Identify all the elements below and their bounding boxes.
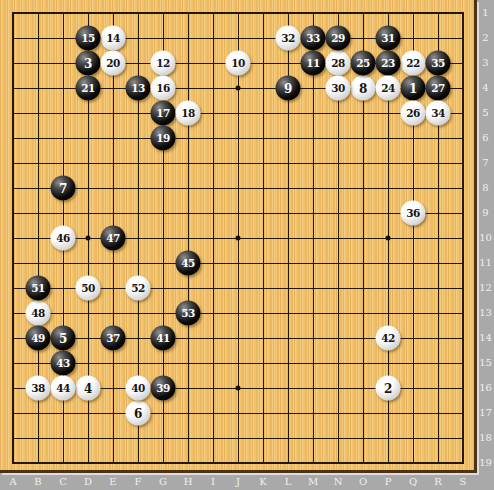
- grid-line-horizontal: [12, 413, 464, 414]
- stone-move-number: 51: [31, 283, 45, 294]
- column-label: F: [128, 473, 148, 490]
- row-label: 3: [477, 55, 494, 71]
- stone-black: 13: [126, 76, 151, 101]
- stone-move-number: 13: [131, 83, 145, 94]
- stone-move-number: 10: [231, 58, 245, 69]
- star-point: [236, 236, 241, 241]
- column-label: E: [103, 473, 123, 490]
- stone-white: 46: [51, 226, 76, 251]
- stone-move-number: 35: [431, 58, 445, 69]
- stone-move-number: 26: [406, 108, 420, 119]
- stone-white: 38: [26, 376, 51, 401]
- stone-black: 17: [151, 101, 176, 126]
- stone-black: 25: [351, 51, 376, 76]
- stone-black: 29: [326, 26, 351, 51]
- stone-move-number: 21: [81, 83, 95, 94]
- row-label: 18: [477, 430, 494, 446]
- row-label: 5: [477, 105, 494, 121]
- stone-white: 8: [351, 76, 376, 101]
- stone-black: 41: [151, 326, 176, 351]
- stone-black: 39: [151, 376, 176, 401]
- stone-move-number: 15: [81, 33, 95, 44]
- stone-white: 2: [376, 376, 401, 401]
- star-point: [236, 86, 241, 91]
- stone-black: 31: [376, 26, 401, 51]
- column-label: R: [428, 473, 448, 490]
- grid-line-horizontal: [12, 438, 464, 439]
- stone-move-number: 34: [431, 108, 445, 119]
- stone-move-number: 1: [409, 82, 417, 94]
- stone-move-number: 4: [84, 382, 92, 394]
- stone-black: 35: [426, 51, 451, 76]
- go-board-screenshot: 1234567891011121314151617181920212223242…: [0, 0, 494, 490]
- stone-white: 30: [326, 76, 351, 101]
- stone-white: 42: [376, 326, 401, 351]
- stone-move-number: 47: [106, 233, 120, 244]
- stone-black: 21: [76, 76, 101, 101]
- row-label: 19: [477, 455, 494, 471]
- stone-white: 24: [376, 76, 401, 101]
- row-label: 14: [477, 330, 494, 346]
- stone-white: 6: [126, 401, 151, 426]
- stone-move-number: 27: [431, 83, 445, 94]
- stone-move-number: 32: [281, 33, 295, 44]
- row-label: 9: [477, 205, 494, 221]
- stone-move-number: 9: [284, 82, 292, 94]
- star-point: [86, 236, 91, 241]
- grid-line-vertical: [462, 12, 464, 464]
- stone-black: 3: [76, 51, 101, 76]
- stone-white: 50: [76, 276, 101, 301]
- stone-move-number: 12: [156, 58, 170, 69]
- row-label: 11: [477, 255, 494, 271]
- stone-white: 36: [401, 201, 426, 226]
- stone-white: 44: [51, 376, 76, 401]
- stone-black: 15: [76, 26, 101, 51]
- stone-move-number: 49: [31, 333, 45, 344]
- grid-line-horizontal: [12, 263, 464, 264]
- stone-move-number: 52: [131, 283, 145, 294]
- row-label: 13: [477, 305, 494, 321]
- stone-move-number: 19: [156, 133, 170, 144]
- stone-white: 40: [126, 376, 151, 401]
- stone-move-number: 25: [356, 58, 370, 69]
- column-label: M: [303, 473, 323, 490]
- stone-white: 26: [401, 101, 426, 126]
- column-label: S: [453, 473, 473, 490]
- stone-move-number: 45: [181, 258, 195, 269]
- row-label: 8: [477, 180, 494, 196]
- stone-move-number: 11: [306, 58, 320, 69]
- stone-move-number: 8: [359, 82, 367, 94]
- stone-move-number: 3: [84, 57, 92, 69]
- column-label: B: [28, 473, 48, 490]
- stone-move-number: 24: [381, 83, 395, 94]
- stone-black: 23: [376, 51, 401, 76]
- column-label: L: [278, 473, 298, 490]
- stone-move-number: 20: [106, 58, 120, 69]
- star-point: [386, 236, 391, 241]
- column-label: H: [178, 473, 198, 490]
- stone-move-number: 48: [31, 308, 45, 319]
- stone-white: 14: [101, 26, 126, 51]
- stone-move-number: 39: [156, 383, 170, 394]
- grid-line-horizontal: [12, 462, 464, 464]
- stone-move-number: 42: [381, 333, 395, 344]
- stone-black: 19: [151, 126, 176, 151]
- column-label: O: [353, 473, 373, 490]
- column-label: J: [228, 473, 248, 490]
- stone-move-number: 14: [106, 33, 120, 44]
- stone-white: 4: [76, 376, 101, 401]
- stone-move-number: 33: [306, 33, 320, 44]
- stone-black: 33: [301, 26, 326, 51]
- stone-move-number: 40: [131, 383, 145, 394]
- stone-black: 5: [51, 326, 76, 351]
- stone-black: 7: [51, 176, 76, 201]
- stone-black: 47: [101, 226, 126, 251]
- stone-move-number: 29: [331, 33, 345, 44]
- stone-move-number: 6: [134, 407, 142, 419]
- stone-black: 51: [26, 276, 51, 301]
- stone-move-number: 53: [181, 308, 195, 319]
- stone-white: 32: [276, 26, 301, 51]
- stone-move-number: 23: [381, 58, 395, 69]
- stone-white: 28: [326, 51, 351, 76]
- stone-white: 20: [101, 51, 126, 76]
- column-label: P: [378, 473, 398, 490]
- star-point: [236, 386, 241, 391]
- stone-move-number: 5: [59, 332, 67, 344]
- stone-black: 45: [176, 251, 201, 276]
- column-label: Q: [403, 473, 423, 490]
- stone-move-number: 41: [156, 333, 170, 344]
- stone-move-number: 31: [381, 33, 395, 44]
- grid-line-vertical: [263, 12, 264, 464]
- stone-move-number: 17: [156, 108, 170, 119]
- stone-move-number: 36: [406, 208, 420, 219]
- row-label: 2: [477, 30, 494, 46]
- grid-line-horizontal: [12, 313, 464, 314]
- stone-white: 48: [26, 301, 51, 326]
- row-label: 16: [477, 380, 494, 396]
- stone-move-number: 37: [106, 333, 120, 344]
- column-label: K: [253, 473, 273, 490]
- column-label: D: [78, 473, 98, 490]
- column-label: I: [203, 473, 223, 490]
- stone-move-number: 16: [156, 83, 170, 94]
- stone-white: 22: [401, 51, 426, 76]
- column-label: C: [53, 473, 73, 490]
- stone-black: 53: [176, 301, 201, 326]
- stone-black: 37: [101, 326, 126, 351]
- stone-move-number: 2: [384, 382, 392, 394]
- stone-move-number: 38: [31, 383, 45, 394]
- stone-black: 27: [426, 76, 451, 101]
- column-label: N: [328, 473, 348, 490]
- row-label: 7: [477, 155, 494, 171]
- stone-black: 43: [51, 351, 76, 376]
- stone-white: 34: [426, 101, 451, 126]
- row-label: 12: [477, 280, 494, 296]
- stone-move-number: 50: [81, 283, 95, 294]
- stone-black: 11: [301, 51, 326, 76]
- stone-white: 18: [176, 101, 201, 126]
- stone-move-number: 28: [331, 58, 345, 69]
- row-label: 10: [477, 230, 494, 246]
- stone-move-number: 46: [56, 233, 70, 244]
- stone-white: 10: [226, 51, 251, 76]
- stone-move-number: 22: [406, 58, 420, 69]
- stone-black: 9: [276, 76, 301, 101]
- grid-line-vertical: [313, 12, 314, 464]
- row-label: 4: [477, 80, 494, 96]
- stone-black: 49: [26, 326, 51, 351]
- stone-move-number: 44: [56, 383, 70, 394]
- grid-line-horizontal: [12, 363, 464, 364]
- stone-white: 16: [151, 76, 176, 101]
- column-label: G: [153, 473, 173, 490]
- stone-move-number: 30: [331, 83, 345, 94]
- row-label: 1: [477, 5, 494, 21]
- stone-move-number: 7: [59, 182, 67, 194]
- stone-white: 52: [126, 276, 151, 301]
- stone-move-number: 43: [56, 358, 70, 369]
- row-label: 6: [477, 130, 494, 146]
- stone-move-number: 18: [181, 108, 195, 119]
- row-label: 15: [477, 355, 494, 371]
- stone-white: 12: [151, 51, 176, 76]
- column-label: A: [3, 473, 23, 490]
- row-label: 17: [477, 405, 494, 421]
- stone-black: 1: [401, 76, 426, 101]
- goban[interactable]: 1234567891011121314151617181920212223242…: [0, 0, 477, 473]
